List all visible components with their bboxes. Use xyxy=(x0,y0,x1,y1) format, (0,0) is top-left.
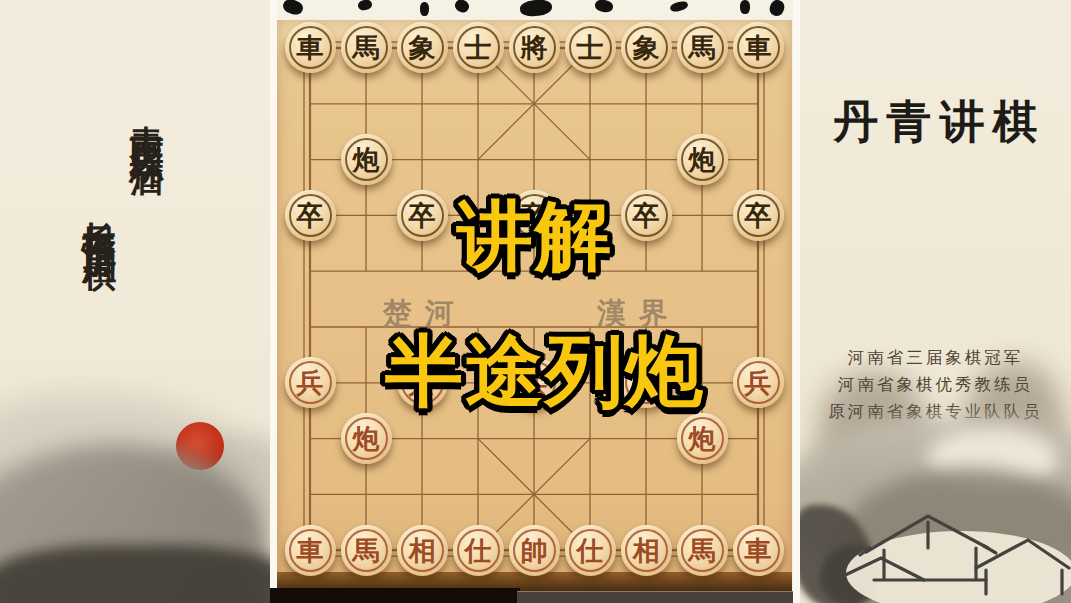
piece-glyph: 象 xyxy=(409,34,436,61)
credential-line-2: 河南省象棋优秀教练员 xyxy=(800,371,1071,398)
bottom-bar-gray xyxy=(517,591,793,603)
channel-title: 丹青讲棋 xyxy=(800,92,1071,152)
video-frame: 青山不厌三杯酒 长日惟消一局棋 xyxy=(0,0,1071,603)
piece-glyph: 車 xyxy=(297,34,324,61)
piece-glyph: 象 xyxy=(633,34,660,61)
piece-red-車[interactable]: 車 xyxy=(285,525,336,576)
piece-red-馬[interactable]: 馬 xyxy=(341,525,392,576)
piece-glyph: 車 xyxy=(297,537,324,564)
piece-red-仕[interactable]: 仕 xyxy=(453,525,504,576)
piece-glyph: 仕 xyxy=(577,537,604,564)
piece-red-馬[interactable]: 馬 xyxy=(677,525,728,576)
credentials-list: 河南省三届象棋冠军 河南省象棋优秀教练员 原河南省象棋专业队队员 xyxy=(800,344,1071,425)
piece-red-相[interactable]: 相 xyxy=(621,525,672,576)
piece-glyph: 車 xyxy=(745,34,772,61)
piece-red-仕[interactable]: 仕 xyxy=(565,525,616,576)
piece-black-馬[interactable]: 馬 xyxy=(341,22,392,73)
piece-black-士[interactable]: 士 xyxy=(565,22,616,73)
piece-glyph: 帥 xyxy=(521,537,548,564)
piece-red-車[interactable]: 車 xyxy=(733,525,784,576)
ink-village-houses xyxy=(836,488,1071,603)
piece-glyph: 相 xyxy=(409,537,436,564)
piece-glyph: 仕 xyxy=(465,537,492,564)
piece-glyph: 車 xyxy=(745,537,772,564)
piece-glyph: 馬 xyxy=(353,34,380,61)
xiangqi-board[interactable]: 楚河 漢界 車馬象士將士象馬車炮炮卒卒卒卒卒兵兵兵兵兵炮炮車馬相仕帥仕相馬車 xyxy=(277,20,792,592)
pieces-grid[interactable]: 車馬象士將士象馬車炮炮卒卒卒卒卒兵兵兵兵兵炮炮車馬相仕帥仕相馬車 xyxy=(282,20,786,578)
piece-glyph: 炮 xyxy=(353,146,380,173)
video-margin-right xyxy=(793,0,800,603)
ink-foreground-left xyxy=(0,545,270,603)
piece-red-相[interactable]: 相 xyxy=(397,525,448,576)
bottom-bar-dark xyxy=(270,588,520,603)
piece-black-象[interactable]: 象 xyxy=(397,22,448,73)
poem-column-2: 长日惟消一局棋 xyxy=(80,194,118,236)
piece-black-象[interactable]: 象 xyxy=(621,22,672,73)
piece-black-車[interactable]: 車 xyxy=(733,22,784,73)
piece-glyph: 炮 xyxy=(689,425,716,452)
piece-black-士[interactable]: 士 xyxy=(453,22,504,73)
piece-glyph: 馬 xyxy=(689,34,716,61)
piece-black-炮[interactable]: 炮 xyxy=(341,134,392,185)
piece-glyph: 士 xyxy=(465,34,492,61)
piece-glyph: 炮 xyxy=(689,146,716,173)
caption-line-2: 半途列炮 xyxy=(280,320,810,425)
poem-column-1: 青山不厌三杯酒 xyxy=(128,98,166,140)
left-art-panel: 青山不厌三杯酒 长日惟消一局棋 xyxy=(0,0,270,603)
credential-line-1: 河南省三届象棋冠军 xyxy=(800,344,1071,371)
board-video-column: 楚河 漢界 車馬象士將士象馬車炮炮卒卒卒卒卒兵兵兵兵兵炮炮車馬相仕帥仕相馬車 xyxy=(270,0,800,603)
piece-red-帥[interactable]: 帥 xyxy=(509,525,560,576)
piece-black-車[interactable]: 車 xyxy=(285,22,336,73)
piece-glyph: 相 xyxy=(633,537,660,564)
piece-glyph: 馬 xyxy=(689,537,716,564)
right-info-panel: 丹青讲棋 河南省三届象棋冠军 河南省象棋优秀教练员 原河南省象棋专业队队员 xyxy=(800,0,1071,603)
piece-glyph: 馬 xyxy=(353,537,380,564)
piece-glyph: 將 xyxy=(521,34,548,61)
piece-black-炮[interactable]: 炮 xyxy=(677,134,728,185)
video-margin-left xyxy=(270,0,277,603)
piece-glyph: 士 xyxy=(577,34,604,61)
caption-line-1: 讲解 xyxy=(270,186,800,289)
piece-black-馬[interactable]: 馬 xyxy=(677,22,728,73)
piece-black-將[interactable]: 將 xyxy=(509,22,560,73)
piece-glyph: 炮 xyxy=(353,425,380,452)
